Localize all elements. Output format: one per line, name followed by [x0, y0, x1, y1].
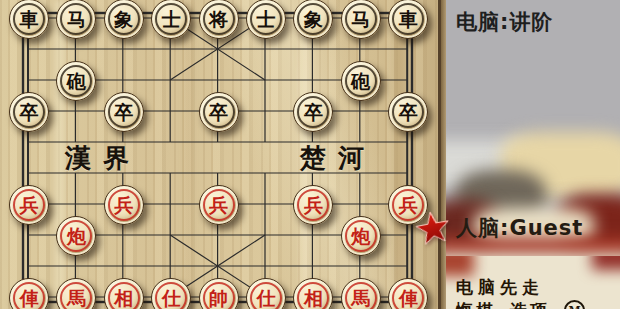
black-piece-士[interactable]: 士: [246, 0, 286, 39]
black-piece-卒[interactable]: 卒: [104, 92, 144, 132]
red-piece-馬[interactable]: 馬: [341, 278, 381, 309]
sidebar-panel: 电脑:讲阶 人脑:Guest 电脑先走 悔棋 选项 M: [446, 0, 620, 309]
menu-row: 悔棋 选项 M: [456, 299, 585, 309]
river-label-right: 楚河: [300, 141, 376, 176]
human-player-label: 人脑:Guest: [456, 214, 583, 242]
black-piece-卒[interactable]: 卒: [388, 92, 428, 132]
xiangqi-board[interactable]: 漢界 楚河 車马象士将士象马車砲砲卒卒卒卒卒兵兵兵兵兵炮炮俥馬相仕帥仕相馬俥: [0, 0, 446, 309]
options-button[interactable]: 选项: [510, 299, 550, 309]
black-piece-象[interactable]: 象: [104, 0, 144, 39]
xiangqi-app-window: 漢界 楚河 車马象士将士象马車砲砲卒卒卒卒卒兵兵兵兵兵炮炮俥馬相仕帥仕相馬俥 电…: [0, 0, 620, 309]
river-label-left: 漢界: [65, 141, 141, 176]
black-piece-将[interactable]: 将: [199, 0, 239, 39]
turn-star-icon: [410, 206, 456, 252]
undo-move-button[interactable]: 悔棋: [456, 299, 496, 309]
red-piece-兵[interactable]: 兵: [199, 185, 239, 225]
circled-m-icon[interactable]: M: [564, 300, 585, 309]
computer-player-label: 电脑:讲阶: [456, 8, 553, 36]
red-piece-炮[interactable]: 炮: [341, 216, 381, 256]
black-piece-車[interactable]: 車: [9, 0, 49, 39]
black-piece-马[interactable]: 马: [341, 0, 381, 39]
red-piece-相[interactable]: 相: [104, 278, 144, 309]
red-piece-帥[interactable]: 帥: [199, 278, 239, 309]
status-text: 电脑先走: [456, 276, 544, 299]
red-piece-兵[interactable]: 兵: [104, 185, 144, 225]
red-piece-兵[interactable]: 兵: [9, 185, 49, 225]
black-piece-卒[interactable]: 卒: [199, 92, 239, 132]
black-piece-砲[interactable]: 砲: [341, 61, 381, 101]
black-piece-卒[interactable]: 卒: [9, 92, 49, 132]
